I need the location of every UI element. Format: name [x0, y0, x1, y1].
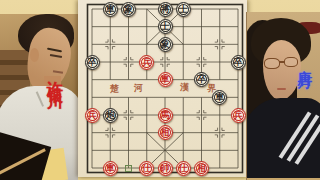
black-piece-車[interactable]: 車	[212, 90, 227, 105]
left-player-name: 许银川	[44, 68, 65, 86]
right-player-glasses-left-lens	[264, 58, 280, 69]
red-piece-帥[interactable]: 帥	[158, 161, 173, 176]
piece-character: 象	[124, 5, 133, 14]
piece-character: 卒	[197, 75, 206, 84]
red-piece-兵[interactable]: 兵	[231, 108, 246, 123]
pieces-layer: 車象將士士象卒卒卒車炮兵車兵馬兵相車仕帥仕相	[78, 0, 247, 177]
left-player-ear	[30, 48, 39, 62]
piece-character: 帥	[161, 164, 170, 173]
piece-character: 相	[161, 128, 170, 137]
broadcast-frame: 许银川 楚河 漢界 車象將士士象卒卒卒車炮兵車兵馬兵相車仕帥仕相 唐丹	[0, 0, 320, 180]
piece-character: 卒	[88, 58, 97, 67]
right-player-jacket	[246, 98, 320, 178]
black-piece-卒[interactable]: 卒	[231, 55, 246, 70]
right-player-glasses-bridge	[279, 61, 285, 63]
piece-character: 車	[215, 93, 224, 102]
black-piece-車[interactable]: 車	[103, 2, 118, 17]
piece-character: 馬	[161, 111, 170, 120]
red-piece-車[interactable]: 車	[103, 161, 118, 176]
red-piece-仕[interactable]: 仕	[139, 161, 154, 176]
right-player-photo: 唐丹	[246, 12, 320, 180]
red-piece-車[interactable]: 車	[158, 72, 173, 87]
xiangqi-board: 楚河 漢界 車象將士士象卒卒卒車炮兵車兵馬兵相車仕帥仕相	[78, 0, 247, 177]
piece-character: 卒	[234, 58, 243, 67]
piece-character: 將	[161, 5, 170, 14]
piece-character: 車	[106, 5, 115, 14]
piece-character: 士	[161, 22, 170, 31]
piece-character: 車	[161, 75, 170, 84]
red-piece-仕[interactable]: 仕	[176, 161, 191, 176]
red-piece-相[interactable]: 相	[158, 125, 173, 140]
piece-character: 仕	[142, 164, 151, 173]
piece-character: 炮	[106, 111, 115, 120]
black-piece-象[interactable]: 象	[158, 37, 173, 52]
piece-character: 兵	[142, 58, 151, 67]
black-piece-士[interactable]: 士	[158, 19, 173, 34]
black-piece-炮[interactable]: 炮	[103, 108, 118, 123]
right-player-name: 唐丹	[295, 57, 314, 67]
right-player-mouth	[277, 88, 286, 90]
red-piece-兵[interactable]: 兵	[139, 55, 154, 70]
black-piece-士[interactable]: 士	[176, 2, 191, 17]
red-piece-兵[interactable]: 兵	[85, 108, 100, 123]
black-piece-卒[interactable]: 卒	[85, 55, 100, 70]
piece-character: 兵	[234, 111, 243, 120]
red-piece-馬[interactable]: 馬	[158, 108, 173, 123]
piece-character: 兵	[88, 111, 97, 120]
piece-character: 仕	[179, 164, 188, 173]
red-piece-相[interactable]: 相	[194, 161, 209, 176]
piece-character: 象	[161, 40, 170, 49]
piece-character: 相	[197, 164, 206, 173]
black-piece-卒[interactable]: 卒	[194, 72, 209, 87]
left-player-photo: 许银川	[0, 14, 78, 180]
piece-character: 士	[179, 5, 188, 14]
black-piece-將[interactable]: 將	[158, 2, 173, 17]
black-piece-象[interactable]: 象	[121, 2, 136, 17]
piece-character: 車	[106, 164, 115, 173]
